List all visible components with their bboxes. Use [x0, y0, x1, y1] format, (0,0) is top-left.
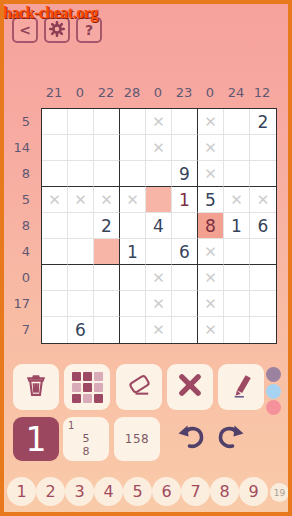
- column-clue-7: 0: [197, 82, 223, 102]
- cell-r2c7[interactable]: ✕: [198, 135, 224, 161]
- app-window: hack-cheat.org < ? 210222802302412 51485…: [0, 0, 292, 516]
- cell-r1c8[interactable]: [224, 109, 250, 135]
- cell-r6c4[interactable]: 1: [120, 239, 146, 265]
- color-grid-square: [94, 394, 103, 403]
- cell-r8c2[interactable]: [68, 291, 94, 317]
- row-clue-4: 5: [6, 186, 36, 212]
- question-icon: ?: [85, 22, 93, 38]
- cell-r1c6[interactable]: [172, 109, 198, 135]
- cell-r5c4[interactable]: [120, 213, 146, 239]
- cell-r6c1[interactable]: [42, 239, 68, 265]
- cell-r9c5[interactable]: ✕: [146, 317, 172, 343]
- pen-button[interactable]: [218, 364, 264, 410]
- trash-icon: [22, 371, 50, 403]
- cell-r8c1[interactable]: [42, 291, 68, 317]
- cell-r9c6[interactable]: [172, 317, 198, 343]
- corner-mark-center: 5: [63, 432, 109, 445]
- row-clue-2: 14: [6, 134, 36, 160]
- cell-r6c3[interactable]: [94, 239, 120, 265]
- cell-r9c2[interactable]: 6: [68, 317, 94, 343]
- corner-mark-top-left: 1: [68, 420, 74, 431]
- color-grid-button[interactable]: [64, 364, 110, 410]
- selected-digit-label: 1: [26, 420, 47, 459]
- redo-icon: [216, 424, 246, 452]
- cell-r5c3[interactable]: 2: [94, 213, 120, 239]
- row-clue-6: 4: [6, 238, 36, 264]
- cell-r8c3[interactable]: [94, 291, 120, 317]
- keypad-digit-4[interactable]: 4: [94, 477, 123, 506]
- cross-icon: [177, 372, 203, 402]
- cell-r3c8[interactable]: [224, 161, 250, 187]
- keypad-digit-6[interactable]: 6: [152, 477, 181, 506]
- undo-icon: [176, 437, 206, 456]
- cell-r9c3[interactable]: [94, 317, 120, 343]
- cell-r1c5[interactable]: ✕: [146, 109, 172, 135]
- cell-r5c1[interactable]: [42, 213, 68, 239]
- gear-icon: [49, 21, 65, 40]
- cell-r3c7[interactable]: ✕: [198, 161, 224, 187]
- palette-dot-1[interactable]: [266, 367, 281, 382]
- cell-r7c1[interactable]: [42, 265, 68, 291]
- column-clue-6: 23: [171, 82, 197, 102]
- cell-r4c7[interactable]: 5: [198, 187, 224, 213]
- cell-r8c4[interactable]: [120, 291, 146, 317]
- cell-r5c6[interactable]: [172, 213, 198, 239]
- cell-r1c1[interactable]: [42, 109, 68, 135]
- cell-r4c4[interactable]: ✕: [120, 187, 146, 213]
- cell-r7c2[interactable]: [68, 265, 94, 291]
- cell-r4c9[interactable]: ✕: [250, 187, 276, 213]
- cell-r8c7[interactable]: ✕: [198, 291, 224, 317]
- row-clue-3: 8: [6, 160, 36, 186]
- cell-r2c3[interactable]: [94, 135, 120, 161]
- column-clue-8: 24: [223, 82, 249, 102]
- cell-r6c5[interactable]: [146, 239, 172, 265]
- cell-r9c8[interactable]: [224, 317, 250, 343]
- cell-r4c8[interactable]: ✕: [224, 187, 250, 213]
- cell-r8c6[interactable]: [172, 291, 198, 317]
- center-marks-button[interactable]: 158: [114, 417, 160, 461]
- cell-r4c3[interactable]: ✕: [94, 187, 120, 213]
- column-clue-9: 12: [249, 82, 275, 102]
- cell-r4c6[interactable]: 1: [172, 187, 198, 213]
- color-grid-square: [94, 372, 103, 381]
- cell-r1c9[interactable]: 2: [250, 109, 276, 135]
- keypad-extra-19[interactable]: 19: [270, 483, 289, 502]
- cell-r5c2[interactable]: [68, 213, 94, 239]
- cell-r2c8[interactable]: [224, 135, 250, 161]
- cell-r5c9[interactable]: 6: [250, 213, 276, 239]
- row-clue-8: 17: [6, 290, 36, 316]
- pen-icon: [226, 370, 256, 404]
- cell-r7c5[interactable]: ✕: [146, 265, 172, 291]
- color-grid-square: [72, 394, 81, 403]
- cell-r3c3[interactable]: [94, 161, 120, 187]
- cell-r9c4[interactable]: [120, 317, 146, 343]
- back-icon: <: [19, 22, 31, 38]
- row-clue-7: 0: [6, 264, 36, 290]
- cell-r2c4[interactable]: [120, 135, 146, 161]
- cell-r3c4[interactable]: [120, 161, 146, 187]
- keypad-digit-2[interactable]: 2: [36, 477, 65, 506]
- column-clues: 210222802302412: [41, 82, 275, 102]
- keypad-digit-3[interactable]: 3: [65, 477, 94, 506]
- row-clue-5: 8: [6, 212, 36, 238]
- cell-r9c7[interactable]: ✕: [198, 317, 224, 343]
- cell-r5c7[interactable]: 8: [198, 213, 224, 239]
- keypad-digit-7[interactable]: 7: [181, 477, 210, 506]
- palette-dot-3[interactable]: [266, 400, 281, 415]
- cell-r5c5[interactable]: 4: [146, 213, 172, 239]
- cell-r7c7[interactable]: ✕: [198, 265, 224, 291]
- cell-r6c6[interactable]: 6: [172, 239, 198, 265]
- keypad-digit-5[interactable]: 5: [123, 477, 152, 506]
- selected-digit-button[interactable]: 1: [13, 417, 59, 461]
- color-palette-dots: [266, 367, 282, 415]
- row-clue-9: 7: [6, 316, 36, 342]
- cell-r1c7[interactable]: ✕: [198, 109, 224, 135]
- cell-r7c9[interactable]: [250, 265, 276, 291]
- cell-r4c5[interactable]: [146, 187, 172, 213]
- cell-r8c5[interactable]: ✕: [146, 291, 172, 317]
- cell-r1c3[interactable]: [94, 109, 120, 135]
- color-grid-icon: [72, 372, 103, 403]
- cell-r2c9[interactable]: [250, 135, 276, 161]
- cell-r1c2[interactable]: [68, 109, 94, 135]
- cell-r9c1[interactable]: [42, 317, 68, 343]
- cell-r7c3[interactable]: [94, 265, 120, 291]
- color-grid-square: [72, 372, 81, 381]
- cell-r7c6[interactable]: [172, 265, 198, 291]
- palette-dot-2[interactable]: [266, 384, 281, 399]
- cell-r6c7[interactable]: ✕: [198, 239, 224, 265]
- color-grid-square: [83, 394, 92, 403]
- cell-r7c4[interactable]: [120, 265, 146, 291]
- watermark-text: hack-cheat.org: [3, 4, 98, 22]
- cell-r3c1[interactable]: [42, 161, 68, 187]
- column-clue-4: 28: [119, 82, 145, 102]
- column-clue-5: 0: [145, 82, 171, 102]
- cell-r4c2[interactable]: ✕: [68, 187, 94, 213]
- cell-r5c8[interactable]: 1: [224, 213, 250, 239]
- center-marks-label: 158: [125, 432, 149, 446]
- cell-r9c9[interactable]: [250, 317, 276, 343]
- color-grid-square: [83, 383, 92, 392]
- keypad-digit-1[interactable]: 1: [7, 477, 36, 506]
- row-clue-1: 5: [6, 108, 36, 134]
- cell-r2c6[interactable]: [172, 135, 198, 161]
- column-clue-2: 0: [67, 82, 93, 102]
- row-clues: 51485840177: [6, 108, 36, 342]
- column-clue-1: 21: [41, 82, 67, 102]
- keypad-digit-9[interactable]: 9: [239, 477, 268, 506]
- cell-r2c5[interactable]: ✕: [146, 135, 172, 161]
- color-grid-square: [72, 383, 81, 392]
- cell-r3c5[interactable]: [146, 161, 172, 187]
- color-grid-square: [94, 383, 103, 392]
- cell-r2c1[interactable]: [42, 135, 68, 161]
- eraser-icon: [124, 370, 154, 404]
- cell-r4c1[interactable]: ✕: [42, 187, 68, 213]
- column-clue-3: 22: [93, 82, 119, 102]
- cell-r3c2[interactable]: [68, 161, 94, 187]
- corner-mark-bottom: 8: [63, 445, 109, 458]
- cell-r2c2[interactable]: [68, 135, 94, 161]
- undo-button[interactable]: [176, 424, 206, 452]
- delete-button[interactable]: [13, 364, 59, 410]
- keypad-digit-8[interactable]: 8: [210, 477, 239, 506]
- cell-r3c9[interactable]: [250, 161, 276, 187]
- cell-r1c4[interactable]: [120, 109, 146, 135]
- cell-r6c9[interactable]: [250, 239, 276, 265]
- eraser-button[interactable]: [116, 364, 162, 410]
- cell-r7c8[interactable]: [224, 265, 250, 291]
- sudoku-board: ✕✕2✕✕9✕✕✕✕✕15✕✕2481616✕✕✕✕✕6✕✕: [41, 108, 277, 344]
- cell-r6c8[interactable]: [224, 239, 250, 265]
- cell-r6c2[interactable]: [68, 239, 94, 265]
- cell-r3c6[interactable]: 9: [172, 161, 198, 187]
- corner-marks-button[interactable]: 1 5 8: [63, 417, 109, 461]
- cross-button[interactable]: [167, 364, 213, 410]
- redo-button[interactable]: [216, 424, 246, 452]
- cell-r8c9[interactable]: [250, 291, 276, 317]
- color-grid-square: [83, 372, 92, 381]
- cell-r8c8[interactable]: [224, 291, 250, 317]
